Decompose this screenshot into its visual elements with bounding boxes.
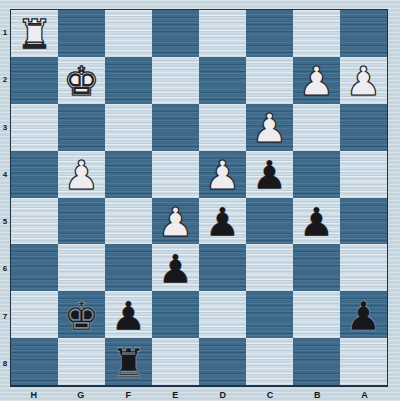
square-g8[interactable] <box>58 338 105 385</box>
square-d6[interactable] <box>199 244 246 291</box>
rank-label-7: 7 <box>0 293 10 340</box>
chess-diagram: 12345678 ♜♚♟♟♟♟♟♟♟♟♟♟♚♟♟♜ HGFEDCBA <box>0 0 400 401</box>
square-b5[interactable]: ♟ <box>293 198 340 245</box>
square-a8[interactable] <box>340 338 387 385</box>
file-label-d: D <box>199 388 246 401</box>
rank-label-6: 6 <box>0 245 10 292</box>
white-pawn: ♟ <box>346 61 382 101</box>
white-pawn: ♟ <box>299 61 335 101</box>
square-f7[interactable]: ♟ <box>105 291 152 338</box>
white-rook: ♜ <box>17 14 53 54</box>
square-c1[interactable] <box>246 10 293 57</box>
square-b4[interactable] <box>293 151 340 198</box>
square-d3[interactable] <box>199 104 246 151</box>
file-label-a: A <box>341 388 388 401</box>
black-king: ♚ <box>64 296 100 336</box>
square-h4[interactable] <box>11 151 58 198</box>
square-f6[interactable] <box>105 244 152 291</box>
black-pawn: ♟ <box>158 249 194 289</box>
square-h8[interactable] <box>11 338 58 385</box>
square-a2[interactable]: ♟ <box>340 57 387 104</box>
square-g5[interactable] <box>58 198 105 245</box>
square-e7[interactable] <box>152 291 199 338</box>
square-h5[interactable] <box>11 198 58 245</box>
square-f3[interactable] <box>105 104 152 151</box>
rank-label-5: 5 <box>0 198 10 245</box>
rank-label-3: 3 <box>0 104 10 151</box>
square-g4[interactable]: ♟ <box>58 151 105 198</box>
square-b2[interactable]: ♟ <box>293 57 340 104</box>
square-e3[interactable] <box>152 104 199 151</box>
square-e6[interactable]: ♟ <box>152 244 199 291</box>
square-b7[interactable] <box>293 291 340 338</box>
square-d4[interactable]: ♟ <box>199 151 246 198</box>
square-h2[interactable] <box>11 57 58 104</box>
square-g3[interactable] <box>58 104 105 151</box>
square-e4[interactable] <box>152 151 199 198</box>
file-labels: HGFEDCBA <box>10 388 388 401</box>
white-pawn: ♟ <box>252 108 288 148</box>
square-c6[interactable] <box>246 244 293 291</box>
square-b3[interactable] <box>293 104 340 151</box>
rank-label-4: 4 <box>0 151 10 198</box>
square-g1[interactable] <box>58 10 105 57</box>
black-pawn: ♟ <box>252 155 288 195</box>
file-label-c: C <box>246 388 293 401</box>
board: ♜♚♟♟♟♟♟♟♟♟♟♟♚♟♟♜ <box>10 9 388 387</box>
square-g6[interactable] <box>58 244 105 291</box>
rank-labels: 12345678 <box>0 9 10 387</box>
file-label-b: B <box>294 388 341 401</box>
white-king: ♚ <box>64 61 100 101</box>
square-d5[interactable]: ♟ <box>199 198 246 245</box>
file-label-f: F <box>105 388 152 401</box>
rank-label-1: 1 <box>0 9 10 56</box>
square-c8[interactable] <box>246 338 293 385</box>
square-g2[interactable]: ♚ <box>58 57 105 104</box>
square-b8[interactable] <box>293 338 340 385</box>
file-label-g: G <box>57 388 104 401</box>
black-rook: ♜ <box>111 343 147 383</box>
square-g7[interactable]: ♚ <box>58 291 105 338</box>
square-h1[interactable]: ♜ <box>11 10 58 57</box>
rank-label-2: 2 <box>0 56 10 103</box>
white-pawn: ♟ <box>64 155 100 195</box>
black-pawn: ♟ <box>111 296 147 336</box>
square-a3[interactable] <box>340 104 387 151</box>
square-a1[interactable] <box>340 10 387 57</box>
square-c3[interactable]: ♟ <box>246 104 293 151</box>
square-h6[interactable] <box>11 244 58 291</box>
square-b6[interactable] <box>293 244 340 291</box>
square-d2[interactable] <box>199 57 246 104</box>
square-f2[interactable] <box>105 57 152 104</box>
square-e1[interactable] <box>152 10 199 57</box>
black-pawn: ♟ <box>346 296 382 336</box>
square-a5[interactable] <box>340 198 387 245</box>
square-d8[interactable] <box>199 338 246 385</box>
square-f5[interactable] <box>105 198 152 245</box>
file-label-h: H <box>10 388 57 401</box>
rank-label-8: 8 <box>0 340 10 387</box>
square-f8[interactable]: ♜ <box>105 338 152 385</box>
square-a7[interactable]: ♟ <box>340 291 387 338</box>
black-pawn: ♟ <box>299 202 335 242</box>
square-h3[interactable] <box>11 104 58 151</box>
square-c4[interactable]: ♟ <box>246 151 293 198</box>
square-e8[interactable] <box>152 338 199 385</box>
square-e5[interactable]: ♟ <box>152 198 199 245</box>
square-f4[interactable] <box>105 151 152 198</box>
white-pawn: ♟ <box>158 202 194 242</box>
square-f1[interactable] <box>105 10 152 57</box>
square-c2[interactable] <box>246 57 293 104</box>
square-h7[interactable] <box>11 291 58 338</box>
square-c7[interactable] <box>246 291 293 338</box>
square-e2[interactable] <box>152 57 199 104</box>
square-a6[interactable] <box>340 244 387 291</box>
square-b1[interactable] <box>293 10 340 57</box>
file-label-e: E <box>152 388 199 401</box>
square-d1[interactable] <box>199 10 246 57</box>
square-d7[interactable] <box>199 291 246 338</box>
square-c5[interactable] <box>246 198 293 245</box>
white-pawn: ♟ <box>205 155 241 195</box>
black-pawn: ♟ <box>205 202 241 242</box>
square-a4[interactable] <box>340 151 387 198</box>
